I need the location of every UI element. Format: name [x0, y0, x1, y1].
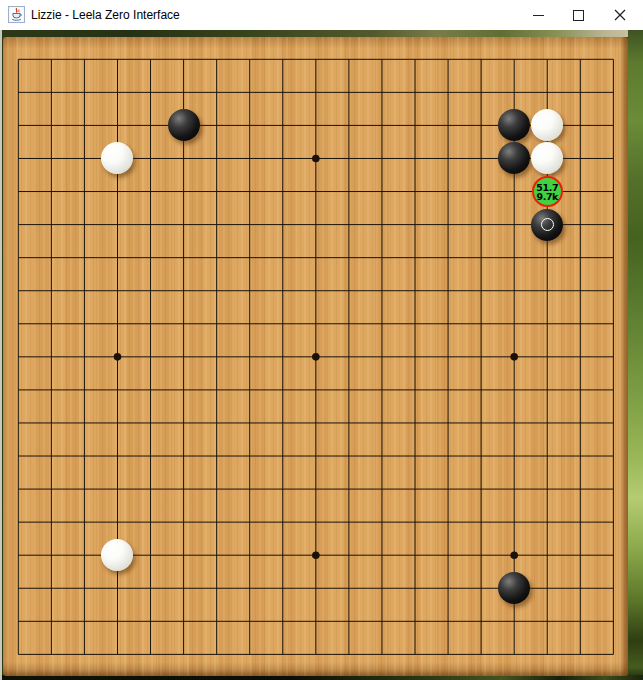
stones-layer [3, 37, 628, 676]
black-stone-R14 [531, 209, 563, 241]
black-stone-F17 [168, 109, 200, 141]
background-right-strip [628, 30, 643, 680]
white-stone-D4 [101, 539, 133, 571]
maximize-button[interactable] [559, 0, 597, 30]
close-button[interactable] [597, 0, 643, 30]
lizzie-canvas: 51.7 9.7k [0, 30, 643, 680]
best-move-suggestion[interactable]: 51.7 9.7k [532, 176, 563, 207]
background-top-strip [0, 30, 643, 37]
white-stone-R17 [531, 109, 563, 141]
white-stone-D16 [101, 142, 133, 174]
maximize-icon [573, 10, 584, 21]
window-title: Lizzie - Leela Zero Interface [31, 8, 180, 22]
black-stone-Q17 [498, 109, 530, 141]
black-stone-Q16 [498, 142, 530, 174]
go-board[interactable]: 51.7 9.7k [3, 37, 628, 676]
minimize-icon [533, 15, 544, 16]
java-app-icon [8, 6, 25, 23]
black-stone-Q3 [498, 572, 530, 604]
best-move-visits: 9.7k [536, 192, 558, 201]
white-stone-R16 [531, 142, 563, 174]
window-left-border [0, 30, 2, 680]
lizzie-window: Lizzie - Leela Zero Interface 51.7 9.7k [0, 0, 643, 680]
minimize-button[interactable] [517, 0, 559, 30]
close-icon [614, 9, 626, 21]
last-move-marker [541, 218, 554, 231]
title-bar[interactable]: Lizzie - Leela Zero Interface [0, 0, 643, 30]
